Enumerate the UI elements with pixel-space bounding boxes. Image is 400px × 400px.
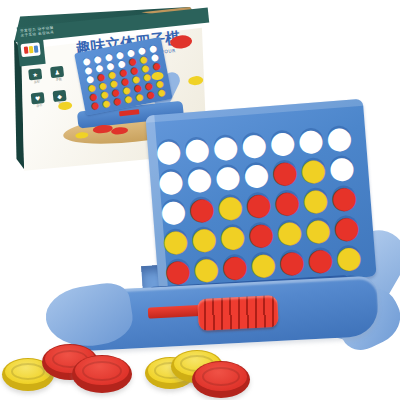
- red-chip[interactable]: [192, 361, 250, 398]
- product-photo-stage: ★ 开发智力 动手动脑 亲子互动 益智玩具 趣味立体四子棋 STEREOSCOP…: [0, 0, 400, 400]
- feature-3: ♥ 亲子: [31, 92, 48, 113]
- release-slider-grip[interactable]: [197, 295, 279, 331]
- yellow-disc: ●: [124, 94, 133, 104]
- logo-yellow-block: [28, 46, 33, 53]
- red-disc: ●: [90, 101, 99, 111]
- board-panel: ●●●●●●●●●●●●●●●●●●●●●●●●●●●●●●●●●●●●●●●●…: [145, 99, 376, 294]
- logo-blue-block: [33, 45, 38, 52]
- yellow-disc: ●: [135, 92, 144, 102]
- red-disc: ●: [146, 90, 155, 100]
- yellow-disc: ●: [102, 99, 111, 109]
- brand-logo: [20, 42, 40, 57]
- red-disc: ●: [113, 97, 122, 107]
- printed-yellow-disc: [188, 75, 204, 86]
- logo-red-block: [23, 47, 28, 54]
- printed-red-disc: [169, 34, 192, 49]
- printed-yellow-disc: [58, 101, 73, 110]
- brand-logo-tab: [17, 39, 45, 67]
- board-grid: ●●●●●●●●●●●●●●●●●●●●●●●●●●●●●●●●●●●●●●●●…: [153, 122, 364, 283]
- red-chip[interactable]: [72, 355, 132, 393]
- yellow-disc: ●: [157, 88, 166, 98]
- feature-1: ★ 益智: [28, 68, 45, 89]
- cell-r6c7-yellow: ●: [155, 88, 168, 99]
